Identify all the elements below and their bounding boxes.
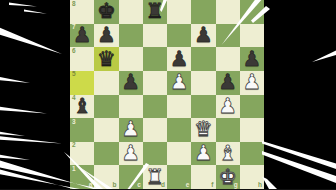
square-c3[interactable]: ♟: [119, 118, 143, 142]
square-h5[interactable]: ♟: [240, 71, 264, 95]
square-d7[interactable]: [143, 24, 167, 48]
file-label-c: c: [137, 182, 141, 189]
square-g2[interactable]: ♝: [216, 142, 240, 166]
piece-white-pawn[interactable]: ♟: [119, 118, 143, 142]
rank-label-3: 3: [72, 119, 76, 126]
speed-line: [0, 132, 25, 137]
square-f2[interactable]: ♟: [191, 142, 215, 166]
piece-black-pawn[interactable]: ♟: [94, 24, 118, 48]
square-a7[interactable]: 7♟: [70, 24, 94, 48]
piece-white-pawn[interactable]: ♟: [240, 71, 264, 95]
video-frame: 8♚♜7♟♟♟6♛♟♟5♟♟♟♟4♝♟3♟♛2♟♟♝1abcd♜efg♚h: [0, 0, 336, 189]
square-b6[interactable]: ♛: [94, 47, 118, 71]
speed-line: [24, 10, 47, 14]
square-c7[interactable]: [119, 24, 143, 48]
square-b4[interactable]: [94, 95, 118, 119]
square-f3[interactable]: ♛: [191, 118, 215, 142]
piece-white-bishop[interactable]: ♝: [216, 142, 240, 166]
square-d8[interactable]: ♜: [143, 0, 167, 24]
square-h2[interactable]: [240, 142, 264, 166]
square-g6[interactable]: [216, 47, 240, 71]
file-label-f: f: [211, 182, 213, 189]
speed-line: [0, 77, 30, 84]
square-e1[interactable]: e: [167, 165, 191, 189]
square-e6[interactable]: ♟: [167, 47, 191, 71]
speed-line: [0, 27, 62, 54]
square-e2[interactable]: [167, 142, 191, 166]
square-b5[interactable]: [94, 71, 118, 95]
square-d1[interactable]: d♜: [143, 165, 167, 189]
file-label-g: g: [234, 182, 238, 189]
speed-line: [0, 136, 62, 144]
square-g8[interactable]: [216, 0, 240, 24]
square-d3[interactable]: [143, 118, 167, 142]
square-c5[interactable]: ♟: [119, 71, 143, 95]
square-h4[interactable]: [240, 95, 264, 119]
square-c6[interactable]: [119, 47, 143, 71]
square-g1[interactable]: g♚: [216, 165, 240, 189]
square-f8[interactable]: [191, 0, 215, 24]
square-a3[interactable]: 3: [70, 118, 94, 142]
square-g3[interactable]: [216, 118, 240, 142]
square-a8[interactable]: 8: [70, 0, 94, 24]
speed-line: [0, 169, 80, 189]
piece-black-pawn[interactable]: ♟: [191, 24, 215, 48]
piece-white-pawn[interactable]: ♟: [119, 142, 143, 166]
square-e5[interactable]: ♟: [167, 71, 191, 95]
square-a6[interactable]: 6: [70, 47, 94, 71]
file-label-d: d: [161, 182, 165, 189]
square-h1[interactable]: h: [240, 165, 264, 189]
square-b2[interactable]: [94, 142, 118, 166]
square-e3[interactable]: [167, 118, 191, 142]
piece-black-pawn[interactable]: ♟: [216, 71, 240, 95]
square-d4[interactable]: [143, 95, 167, 119]
file-label-h: h: [258, 182, 262, 189]
rank-label-6: 6: [72, 48, 76, 55]
square-d6[interactable]: [143, 47, 167, 71]
file-label-a: a: [89, 182, 93, 189]
square-b3[interactable]: [94, 118, 118, 142]
square-d2[interactable]: [143, 142, 167, 166]
piece-white-pawn[interactable]: ♟: [191, 142, 215, 166]
square-g7[interactable]: [216, 24, 240, 48]
speed-line: [262, 151, 336, 183]
square-a2[interactable]: 2: [70, 142, 94, 166]
piece-black-pawn[interactable]: ♟: [119, 71, 143, 95]
square-f1[interactable]: f: [191, 165, 215, 189]
square-c4[interactable]: [119, 95, 143, 119]
square-c2[interactable]: ♟: [119, 142, 143, 166]
square-b7[interactable]: ♟: [94, 24, 118, 48]
square-h3[interactable]: [240, 118, 264, 142]
rank-label-5: 5: [72, 71, 76, 78]
square-g5[interactable]: ♟: [216, 71, 240, 95]
square-a5[interactable]: 5: [70, 71, 94, 95]
piece-black-pawn[interactable]: ♟: [167, 47, 191, 71]
square-a1[interactable]: 1a: [70, 165, 94, 189]
square-e8[interactable]: [167, 0, 191, 24]
square-b8[interactable]: ♚: [94, 0, 118, 24]
square-f7[interactable]: ♟: [191, 24, 215, 48]
piece-white-queen[interactable]: ♛: [191, 118, 215, 142]
square-h7[interactable]: [240, 24, 264, 48]
chess-board: 8♚♜7♟♟♟6♛♟♟5♟♟♟♟4♝♟3♟♛2♟♟♝1abcd♜efg♚h: [70, 0, 264, 189]
piece-black-rook[interactable]: ♜: [143, 0, 167, 24]
rank-label-8: 8: [72, 1, 76, 8]
square-b1[interactable]: b: [94, 165, 118, 189]
square-f4[interactable]: [191, 95, 215, 119]
piece-white-pawn[interactable]: ♟: [167, 71, 191, 95]
square-h6[interactable]: ♟: [240, 47, 264, 71]
rank-label-4: 4: [72, 95, 76, 102]
square-d5[interactable]: [143, 71, 167, 95]
speed-line: [0, 155, 30, 161]
speed-line: [312, 51, 336, 63]
piece-black-pawn[interactable]: ♟: [240, 47, 264, 71]
square-f5[interactable]: [191, 71, 215, 95]
file-label-b: b: [113, 182, 117, 189]
square-e7[interactable]: [167, 24, 191, 48]
rank-label-2: 2: [72, 142, 76, 149]
speed-line: [0, 107, 47, 114]
square-h8[interactable]: [240, 0, 264, 24]
square-c8[interactable]: [119, 0, 143, 24]
piece-white-pawn[interactable]: ♟: [216, 95, 240, 119]
speed-line: [262, 141, 336, 169]
rank-label-1: 1: [72, 166, 76, 173]
square-f6[interactable]: [191, 47, 215, 71]
speed-line: [262, 177, 277, 190]
speed-line: [9, 3, 37, 7]
piece-black-king[interactable]: ♚: [94, 0, 118, 24]
square-c1[interactable]: c: [119, 165, 143, 189]
square-g4[interactable]: ♟: [216, 95, 240, 119]
rank-label-7: 7: [72, 24, 76, 31]
square-a4[interactable]: 4♝: [70, 95, 94, 119]
file-label-e: e: [186, 182, 190, 189]
square-e4[interactable]: [167, 95, 191, 119]
piece-black-queen[interactable]: ♛: [94, 47, 118, 71]
